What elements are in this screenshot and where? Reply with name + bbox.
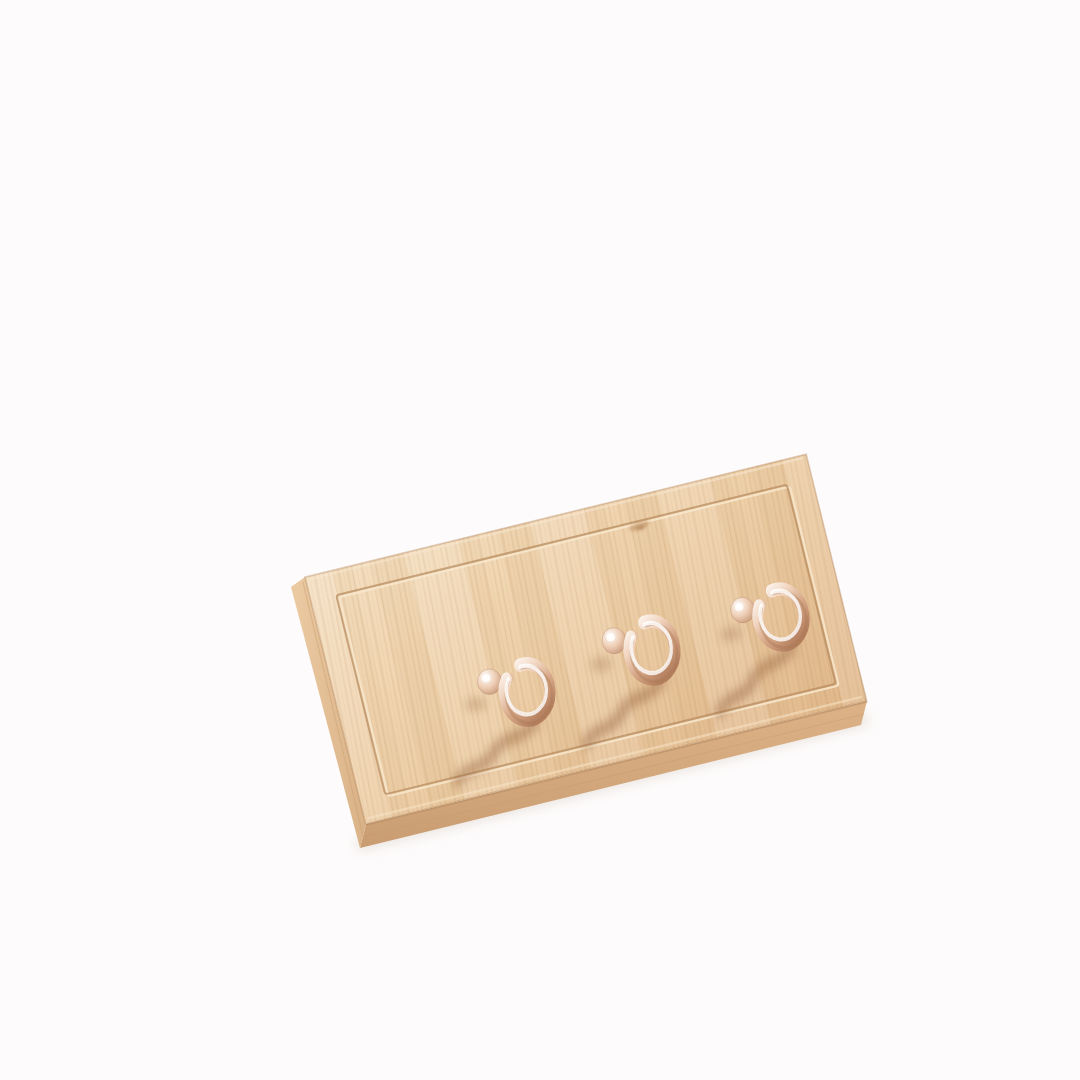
product-photo	[40, 16, 1080, 1080]
key-rack-photo	[40, 16, 1080, 1080]
